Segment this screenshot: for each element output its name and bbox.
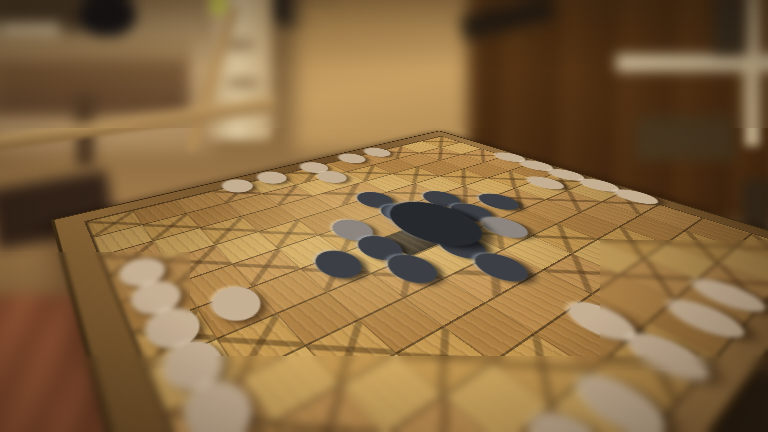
attacker-stone[interactable]: ●	[646, 339, 672, 364]
attacker-stone[interactable]: ●	[594, 383, 627, 415]
attacker-stone[interactable]: ●	[624, 191, 640, 199]
attacker-stone[interactable]: ●	[221, 181, 251, 188]
defender-stone[interactable]: ●	[390, 258, 426, 273]
board-frame: ●●●●●●●●●●●●●●●●●●●●●●●●●●●●●●●●●●●●●	[51, 131, 768, 432]
attacker-stone[interactable]: ●	[318, 173, 343, 179]
hanging-tools	[714, 0, 746, 54]
attacker-stone[interactable]: ●	[580, 307, 608, 327]
shelf-post	[744, 0, 760, 146]
carved-wooden-post	[206, 0, 272, 140]
king-piece[interactable]: ●	[394, 207, 454, 229]
black-pot	[78, 0, 136, 36]
workbench-leg	[76, 96, 94, 166]
hnefatafl-board: ●●●●●●●●●●●●●●●●●●●●●●●●●●●●●●●●●●●●●	[84, 136, 768, 432]
workbench-body	[0, 58, 190, 116]
wooden-shelf	[616, 54, 768, 71]
defender-stone[interactable]: ●	[315, 254, 354, 269]
background-blur-overlay	[0, 0, 768, 128]
attacker-stone[interactable]: ●	[209, 291, 257, 309]
workbench-top	[0, 36, 194, 62]
attacker-stone[interactable]: ●	[546, 422, 587, 432]
plank-wall-left	[0, 0, 213, 152]
attacker-stone[interactable]: ●	[365, 149, 385, 154]
table-edge-behind-board	[0, 96, 277, 151]
dark-beam	[460, 0, 555, 41]
attacker-stone[interactable]: ●	[533, 178, 551, 185]
post-notch	[222, 40, 256, 50]
wall-center	[295, 0, 495, 152]
attacker-stone[interactable]: ●	[339, 155, 361, 160]
dark-bowl	[270, 0, 336, 28]
defender-stone[interactable]: ●	[483, 195, 506, 204]
shelf-shadow	[636, 116, 736, 160]
attacker-stone[interactable]: ●	[257, 173, 284, 179]
defender-stone[interactable]: ●	[480, 257, 510, 272]
attacker-stone[interactable]: ●	[182, 390, 248, 423]
yellow-ball	[209, 0, 228, 15]
leaning-stick	[186, 5, 238, 151]
museum-photo-scene: ●●●●●●●●●●●●●●●●●●●●●●●●●●●●●●●●●●●●●	[0, 0, 768, 432]
attacker-stone[interactable]: ●	[687, 305, 708, 325]
attacker-stone[interactable]: ●	[712, 283, 730, 300]
light-plank	[0, 22, 60, 60]
dark-corner-shadow	[0, 0, 87, 32]
post-notch	[226, 78, 260, 88]
